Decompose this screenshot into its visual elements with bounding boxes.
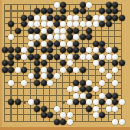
white-stone (73, 67, 79, 73)
white-stone (34, 21, 40, 27)
black-stone (47, 54, 53, 60)
black-stone (80, 67, 86, 73)
white-stone (106, 73, 112, 79)
black-stone (41, 8, 47, 14)
white-stone (21, 54, 27, 60)
white-stone (47, 21, 53, 27)
white-stone (67, 119, 73, 125)
black-stone (73, 28, 79, 34)
black-stone (73, 54, 79, 60)
black-stone (112, 2, 118, 8)
white-stone (67, 86, 73, 92)
black-stone (21, 21, 27, 27)
black-stone (34, 28, 40, 34)
white-stone (112, 67, 118, 73)
white-stone (15, 67, 21, 73)
black-stone (60, 8, 66, 14)
white-stone (93, 15, 99, 21)
white-stone (93, 106, 99, 112)
white-stone (112, 54, 118, 60)
black-stone (99, 47, 105, 53)
black-stone (80, 80, 86, 86)
black-stone (8, 67, 14, 73)
white-stone (93, 99, 99, 105)
black-stone (2, 60, 8, 66)
white-stone (80, 93, 86, 99)
white-stone (106, 54, 112, 60)
black-stone (41, 80, 47, 86)
black-stone (34, 73, 40, 79)
black-stone (15, 54, 21, 60)
white-stone (86, 80, 92, 86)
white-stone (99, 54, 105, 60)
white-stone (119, 99, 125, 105)
black-stone (80, 86, 86, 92)
white-stone (60, 28, 66, 34)
black-stone (41, 47, 47, 53)
white-stone (99, 15, 105, 21)
black-stone (67, 34, 73, 40)
white-stone (8, 34, 14, 40)
black-stone (34, 99, 40, 105)
black-stone (80, 8, 86, 14)
black-stone (60, 119, 66, 125)
board-left-edge-shadow (0, 0, 2, 130)
black-stone (93, 54, 99, 60)
white-stone (60, 112, 66, 118)
black-stone (67, 67, 73, 73)
white-stone (54, 106, 60, 112)
white-stone (28, 73, 34, 79)
black-stone (99, 41, 105, 47)
white-stone (41, 15, 47, 21)
white-stone (106, 47, 112, 53)
black-stone (73, 47, 79, 53)
white-stone (106, 106, 112, 112)
black-stone (60, 15, 66, 21)
white-stone (86, 99, 92, 105)
black-stone (15, 99, 21, 105)
black-stone (106, 2, 112, 8)
go-app-window (0, 0, 130, 130)
black-stone (73, 41, 79, 47)
black-stone (112, 93, 118, 99)
white-stone (67, 54, 73, 60)
white-stone (93, 86, 99, 92)
black-stone (34, 8, 40, 14)
black-stone (112, 15, 118, 21)
white-stone (41, 28, 47, 34)
white-stone (67, 112, 73, 118)
white-stone (47, 80, 53, 86)
hoshi-point (23, 101, 26, 104)
white-stone (60, 34, 66, 40)
white-stone (28, 41, 34, 47)
black-stone (47, 47, 53, 53)
white-stone (60, 54, 66, 60)
black-stone (54, 15, 60, 21)
black-stone (54, 21, 60, 27)
black-stone (60, 60, 66, 66)
white-stone (73, 34, 79, 40)
white-stone (60, 41, 66, 47)
black-stone (34, 106, 40, 112)
white-stone (93, 60, 99, 66)
black-stone (41, 34, 47, 40)
black-stone (47, 28, 53, 34)
black-stone (2, 47, 8, 53)
black-stone (2, 67, 8, 73)
black-stone (112, 47, 118, 53)
black-stone (47, 67, 53, 73)
black-stone (28, 54, 34, 60)
black-stone (86, 28, 92, 34)
white-stone (67, 41, 73, 47)
white-stone (41, 54, 47, 60)
black-stone (54, 119, 60, 125)
black-stone (86, 86, 92, 92)
black-stone (28, 47, 34, 53)
black-stone (8, 21, 14, 27)
black-stone (106, 21, 112, 27)
white-stone (93, 47, 99, 53)
black-stone (119, 60, 125, 66)
black-stone (28, 28, 34, 34)
black-stone (41, 60, 47, 66)
white-stone (112, 119, 118, 125)
black-stone (80, 47, 86, 53)
white-stone (73, 15, 79, 21)
white-stone (99, 67, 105, 73)
white-stone (60, 21, 66, 27)
white-stone (80, 54, 86, 60)
black-stone (21, 15, 27, 21)
white-stone (93, 112, 99, 118)
white-stone (106, 99, 112, 105)
white-stone (41, 67, 47, 73)
black-stone (112, 60, 118, 66)
black-stone (54, 54, 60, 60)
black-stone (73, 99, 79, 105)
black-stone (80, 34, 86, 40)
white-stone (28, 34, 34, 40)
white-stone (99, 93, 105, 99)
white-stone (86, 2, 92, 8)
black-stone (15, 28, 21, 34)
black-stone (67, 28, 73, 34)
white-stone (86, 21, 92, 27)
black-stone (47, 41, 53, 47)
black-stone (47, 112, 53, 118)
hoshi-point (62, 101, 65, 104)
white-stone (47, 34, 53, 40)
white-stone (80, 21, 86, 27)
black-stone (106, 93, 112, 99)
black-stone (41, 112, 47, 118)
black-stone (34, 41, 40, 47)
black-stone (47, 8, 53, 14)
black-stone (54, 41, 60, 47)
black-stone (34, 54, 40, 60)
black-stone (99, 21, 105, 27)
white-stone (67, 21, 73, 27)
black-stone (8, 47, 14, 53)
black-stone (8, 99, 14, 105)
white-stone (73, 93, 79, 99)
black-stone (28, 15, 34, 21)
white-stone (41, 41, 47, 47)
black-stone (41, 106, 47, 112)
white-stone (67, 60, 73, 66)
black-stone (34, 67, 40, 73)
white-stone (54, 2, 60, 8)
black-stone (86, 106, 92, 112)
white-stone (86, 54, 92, 60)
black-stone (15, 47, 21, 53)
white-stone (34, 15, 40, 21)
board-bottom-edge-shadow (0, 127, 130, 130)
black-stone (86, 93, 92, 99)
black-stone (112, 99, 118, 105)
black-stone (93, 41, 99, 47)
white-stone (73, 86, 79, 92)
black-stone (86, 34, 92, 40)
white-stone (67, 15, 73, 21)
black-stone (60, 47, 66, 53)
hoshi-point (23, 62, 26, 65)
black-stone (67, 47, 73, 53)
black-stone (73, 80, 79, 86)
black-stone (34, 60, 40, 66)
white-stone (119, 119, 125, 125)
white-stone (112, 106, 118, 112)
black-stone (86, 15, 92, 21)
black-stone (47, 73, 53, 79)
white-stone (34, 34, 40, 40)
white-stone (41, 73, 47, 79)
black-stone (8, 54, 14, 60)
white-stone (67, 99, 73, 105)
white-stone (99, 80, 105, 86)
black-stone (60, 2, 66, 8)
black-stone (106, 8, 112, 14)
white-stone (86, 47, 92, 53)
go-board[interactable] (0, 0, 130, 130)
white-stone (112, 80, 118, 86)
white-stone (93, 21, 99, 27)
black-stone (21, 67, 27, 73)
black-stone (106, 15, 112, 21)
white-stone (28, 21, 34, 27)
black-stone (8, 60, 14, 66)
black-stone (47, 15, 53, 21)
white-stone (54, 28, 60, 34)
black-stone (99, 8, 105, 14)
white-stone (28, 99, 34, 105)
black-stone (80, 2, 86, 8)
white-stone (54, 34, 60, 40)
white-stone (73, 21, 79, 27)
white-stone (21, 47, 27, 53)
black-stone (73, 8, 79, 14)
white-stone (60, 67, 66, 73)
white-stone (54, 73, 60, 79)
black-stone (99, 99, 105, 105)
black-stone (80, 99, 86, 105)
black-stone (99, 60, 105, 66)
black-stone (34, 80, 40, 86)
white-stone (21, 80, 27, 86)
black-stone (99, 112, 105, 118)
black-stone (119, 15, 125, 21)
white-stone (8, 80, 14, 86)
black-stone (112, 8, 118, 14)
white-stone (41, 21, 47, 27)
